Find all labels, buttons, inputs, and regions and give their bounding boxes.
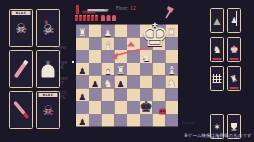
piece-black-pawn-a3[interactable]: ♟ bbox=[76, 88, 89, 101]
king-piece-icon: ♚ bbox=[230, 45, 239, 55]
player-card-crowned-ghost[interactable]: ♕ bbox=[36, 50, 60, 88]
shell-row bbox=[75, 15, 98, 21]
square-b6[interactable] bbox=[89, 50, 102, 63]
shell-icon bbox=[95, 15, 98, 21]
card-hp-bar bbox=[213, 58, 222, 60]
square-d2[interactable] bbox=[114, 101, 127, 114]
shell-icon bbox=[75, 15, 78, 21]
square-e8[interactable] bbox=[127, 25, 140, 38]
square-d3[interactable] bbox=[114, 88, 127, 101]
crowned-skull-icon: ♛☠ bbox=[40, 19, 55, 37]
square-e7[interactable] bbox=[127, 37, 140, 50]
piece-white-pawn-c8[interactable]: ♟ bbox=[102, 25, 115, 38]
pikeman-icon: ♟ bbox=[230, 17, 237, 25]
square-b2[interactable] bbox=[89, 101, 102, 114]
square-c6[interactable] bbox=[102, 50, 115, 63]
shell-icon bbox=[79, 15, 82, 21]
square-d1[interactable] bbox=[114, 114, 127, 127]
footer-disclaimer: ※ゲーム映像は海外版のものです bbox=[184, 132, 252, 139]
card-banner: BLAC bbox=[39, 93, 58, 97]
square-d7[interactable] bbox=[114, 37, 127, 50]
square-g5[interactable] bbox=[153, 63, 166, 76]
card-hp-bar bbox=[230, 87, 239, 89]
square-e6[interactable] bbox=[127, 50, 140, 63]
crowned-ghost-icon: ♕ bbox=[42, 61, 55, 78]
piece-white-bishop-c5[interactable]: ♝ bbox=[102, 63, 115, 76]
burst-icon: ✶ bbox=[213, 122, 221, 131]
square-c3[interactable] bbox=[102, 88, 115, 101]
square-b8[interactable] bbox=[89, 25, 102, 38]
game-screen: Floor: 12 Power 5 Range 4-6 Reload 8/7 K… bbox=[0, 0, 254, 142]
pencil-icon bbox=[13, 101, 29, 119]
player-card-skull-banner[interactable]: BLAC☠ bbox=[9, 9, 33, 47]
square-f5[interactable] bbox=[140, 63, 153, 76]
cursor-dot bbox=[72, 61, 74, 63]
piece-black-pawn-a1[interactable]: ♟ bbox=[76, 114, 89, 127]
shell-icon bbox=[91, 15, 94, 21]
square-b5[interactable] bbox=[89, 63, 102, 76]
special-shell-icon bbox=[107, 15, 111, 21]
hammer-piece-icon: ♜ bbox=[229, 73, 239, 84]
floor-label: Floor: 12 bbox=[116, 6, 136, 11]
ammo-bar bbox=[76, 5, 79, 14]
square-b1[interactable] bbox=[89, 114, 102, 127]
square-a2[interactable] bbox=[76, 101, 89, 114]
card-banner: BLAC bbox=[12, 11, 31, 15]
round-label: Round bbox=[182, 120, 195, 125]
stage: Floor: 12 Power 5 Range 4-6 Reload 8/7 K… bbox=[0, 0, 254, 142]
unicorn-icon: ♞ bbox=[213, 45, 222, 55]
square-b7[interactable] bbox=[89, 37, 102, 50]
trophy-icon bbox=[230, 122, 239, 131]
square-e5[interactable] bbox=[127, 63, 140, 76]
piece-white-king-g7[interactable]: ♚ bbox=[149, 37, 162, 50]
piece-white-knight-c4[interactable]: ♞ bbox=[102, 76, 115, 89]
piece-black-pawn-b4[interactable]: ♟ bbox=[89, 76, 102, 89]
square-e4[interactable] bbox=[127, 76, 140, 89]
piece-black-king-f2[interactable]: ♚ bbox=[140, 101, 153, 114]
square-f1[interactable] bbox=[140, 114, 153, 127]
square-h3[interactable] bbox=[165, 88, 178, 101]
piece-white-bishop-c7[interactable]: ♝ bbox=[102, 37, 115, 50]
choice-card-hammer-piece[interactable]: ♜ bbox=[227, 66, 241, 91]
chess-board: ♜♟♜♝♚♞♟♝♜♝♟♞♟♞♟♚♟ bbox=[76, 25, 178, 127]
square-b3[interactable] bbox=[89, 88, 102, 101]
player-card-pencil[interactable] bbox=[9, 91, 33, 129]
square-f4[interactable] bbox=[140, 76, 153, 89]
square-e2[interactable] bbox=[127, 101, 140, 114]
piece-white-bishop-h5[interactable]: ♝ bbox=[165, 63, 178, 76]
special-shell-icon bbox=[101, 15, 105, 21]
piece-black-pawn-a5[interactable]: ♟ bbox=[76, 63, 89, 76]
red-skull-item[interactable] bbox=[159, 109, 168, 117]
square-g4[interactable] bbox=[153, 76, 166, 89]
choice-card-lattice[interactable] bbox=[210, 66, 224, 91]
square-e3[interactable] bbox=[127, 88, 140, 101]
lattice-icon bbox=[213, 74, 222, 83]
skull-icon: ☠ bbox=[42, 104, 54, 117]
shotgun-icon bbox=[82, 6, 112, 15]
piece-white-knight-h4[interactable]: ♞ bbox=[165, 76, 178, 89]
player-card-dagger[interactable] bbox=[9, 50, 33, 88]
floor-value: 12 bbox=[130, 6, 136, 11]
dagger-icon bbox=[14, 60, 29, 79]
square-c2[interactable] bbox=[102, 101, 115, 114]
piece-black-pawn-d4[interactable]: ♟ bbox=[114, 76, 127, 89]
card-hp-bar bbox=[230, 58, 239, 60]
special-shell-row bbox=[101, 15, 116, 21]
shell-icon bbox=[87, 15, 90, 21]
skull-icon: ☠ bbox=[15, 22, 27, 35]
choice-card-pikeman[interactable]: ♟ bbox=[227, 8, 241, 33]
choice-card-king-piece[interactable]: ♚ bbox=[227, 37, 241, 62]
choice-card-unicorn[interactable]: ♞ bbox=[210, 37, 224, 62]
piece-white-rook-d5[interactable]: ♜ bbox=[114, 63, 127, 76]
choice-card-rock[interactable]: ▲ bbox=[210, 8, 224, 33]
square-e1[interactable] bbox=[127, 114, 140, 127]
piece-white-rook-a8[interactable]: ♜ bbox=[76, 25, 89, 38]
special-shell-icon bbox=[112, 15, 116, 21]
square-g3[interactable] bbox=[153, 88, 166, 101]
player-card-crowned-skull[interactable]: ♛☠ bbox=[36, 9, 60, 47]
square-d6[interactable] bbox=[114, 50, 127, 63]
player-card-skull-banner-pink[interactable]: BLAC☠ bbox=[36, 91, 60, 129]
square-a7[interactable] bbox=[76, 37, 89, 50]
square-d8[interactable] bbox=[114, 25, 127, 38]
shell-icon bbox=[83, 15, 86, 21]
square-a6[interactable] bbox=[76, 50, 89, 63]
rock-icon: ▲ bbox=[214, 16, 221, 25]
square-a4[interactable] bbox=[76, 76, 89, 89]
square-c1[interactable] bbox=[102, 114, 115, 127]
